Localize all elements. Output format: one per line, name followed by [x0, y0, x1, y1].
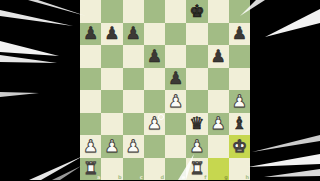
thumbnail-stage: ♚♟♟♟♟♟♟♟♟♟♟♛♟♝♟♟♟♟♚♜abcde♜fgh — [0, 0, 320, 180]
speed-ray — [248, 154, 320, 167]
square-f1[interactable]: ♜f — [186, 158, 207, 181]
piece-black-pawn[interactable]: ♟ — [168, 70, 183, 87]
piece-black-pawn[interactable]: ♟ — [104, 25, 119, 42]
square-e4[interactable]: ♟ — [165, 90, 186, 113]
file-label-b: b — [118, 174, 122, 180]
square-b5[interactable] — [101, 68, 122, 91]
piece-white-pawn[interactable]: ♟ — [104, 137, 119, 154]
piece-black-pawn[interactable]: ♟ — [232, 25, 247, 42]
square-e7[interactable] — [165, 23, 186, 46]
piece-white-pawn[interactable]: ♟ — [126, 137, 141, 154]
square-g1[interactable]: g — [208, 158, 229, 181]
square-f2[interactable]: ♟ — [186, 135, 207, 158]
square-a3[interactable] — [80, 113, 101, 136]
square-b7[interactable]: ♟ — [101, 23, 122, 46]
square-g4[interactable] — [208, 90, 229, 113]
square-b6[interactable] — [101, 45, 122, 68]
square-c4[interactable] — [123, 90, 144, 113]
square-h3[interactable]: ♝ — [229, 113, 250, 136]
square-h7[interactable]: ♟ — [229, 23, 250, 46]
square-h1[interactable]: h — [229, 158, 250, 181]
square-e2[interactable] — [165, 135, 186, 158]
square-b3[interactable] — [101, 113, 122, 136]
square-g3[interactable]: ♟ — [208, 113, 229, 136]
square-b1[interactable]: b — [101, 158, 122, 181]
square-c7[interactable]: ♟ — [123, 23, 144, 46]
piece-white-pawn[interactable]: ♟ — [189, 137, 204, 154]
piece-black-queen[interactable]: ♛ — [189, 115, 204, 132]
piece-white-pawn[interactable]: ♟ — [232, 92, 247, 109]
square-h4[interactable]: ♟ — [229, 90, 250, 113]
square-c8[interactable] — [123, 0, 144, 23]
square-d6[interactable]: ♟ — [144, 45, 165, 68]
square-d1[interactable]: d — [144, 158, 165, 181]
speed-ray — [252, 135, 320, 152]
square-a8[interactable] — [80, 0, 101, 23]
square-d3[interactable]: ♟ — [144, 113, 165, 136]
speed-ray — [264, 169, 320, 177]
square-a5[interactable] — [80, 68, 101, 91]
speed-ray — [0, 41, 59, 56]
file-label-d: d — [160, 174, 164, 180]
square-h5[interactable] — [229, 68, 250, 91]
piece-white-rook[interactable]: ♜ — [189, 160, 204, 177]
square-g8[interactable] — [208, 0, 229, 23]
square-b2[interactable]: ♟ — [101, 135, 122, 158]
piece-white-pawn[interactable]: ♟ — [168, 92, 183, 109]
piece-black-bishop[interactable]: ♝ — [232, 115, 247, 132]
square-d4[interactable] — [144, 90, 165, 113]
speed-ray — [28, 0, 86, 16]
speed-ray — [52, 166, 81, 180]
piece-white-pawn[interactable]: ♟ — [211, 115, 226, 132]
square-h2[interactable]: ♚ — [229, 135, 250, 158]
file-label-c: c — [140, 174, 143, 180]
square-d5[interactable] — [144, 68, 165, 91]
file-label-e: e — [182, 174, 185, 180]
square-d2[interactable] — [144, 135, 165, 158]
square-f7[interactable] — [186, 23, 207, 46]
marker-circle — [158, 114, 164, 120]
square-a7[interactable]: ♟ — [80, 23, 101, 46]
square-h8[interactable] — [229, 0, 250, 23]
square-g7[interactable] — [208, 23, 229, 46]
piece-white-pawn[interactable]: ♟ — [83, 137, 98, 154]
square-c5[interactable] — [123, 68, 144, 91]
square-g2[interactable] — [208, 135, 229, 158]
piece-black-pawn[interactable]: ♟ — [147, 47, 162, 64]
square-f6[interactable] — [186, 45, 207, 68]
speed-ray — [0, 10, 73, 26]
square-a1[interactable]: ♜a — [80, 158, 101, 181]
square-b8[interactable] — [101, 0, 122, 23]
piece-white-king[interactable]: ♚ — [232, 137, 247, 154]
square-c6[interactable] — [123, 45, 144, 68]
speed-ray — [0, 55, 57, 63]
square-e3[interactable] — [165, 113, 186, 136]
speed-ray — [29, 156, 83, 180]
square-d8[interactable] — [144, 0, 165, 23]
square-e6[interactable] — [165, 45, 186, 68]
piece-black-king[interactable]: ♚ — [189, 2, 204, 19]
piece-black-pawn[interactable]: ♟ — [126, 25, 141, 42]
square-c2[interactable]: ♟ — [123, 135, 144, 158]
chess-board: ♚♟♟♟♟♟♟♟♟♟♟♛♟♝♟♟♟♟♚♜abcde♜fgh — [80, 0, 250, 180]
square-c1[interactable]: c — [123, 158, 144, 181]
square-g5[interactable] — [208, 68, 229, 91]
speed-ray — [265, 9, 320, 37]
square-f8[interactable]: ♚ — [186, 0, 207, 23]
square-f4[interactable] — [186, 90, 207, 113]
file-label-g: g — [224, 174, 228, 180]
square-a4[interactable] — [80, 90, 101, 113]
square-b4[interactable] — [101, 90, 122, 113]
square-a2[interactable]: ♟ — [80, 135, 101, 158]
speed-ray — [0, 92, 39, 97]
square-d7[interactable] — [144, 23, 165, 46]
file-label-f: f — [204, 174, 206, 180]
square-f5[interactable] — [186, 68, 207, 91]
piece-black-pawn[interactable]: ♟ — [83, 25, 98, 42]
square-e8[interactable] — [165, 0, 186, 23]
square-e5[interactable]: ♟ — [165, 68, 186, 91]
square-c3[interactable] — [123, 113, 144, 136]
file-label-h: h — [245, 174, 249, 180]
square-g6[interactable]: ♟ — [208, 45, 229, 68]
square-f3[interactable]: ♛ — [186, 113, 207, 136]
square-h6[interactable] — [229, 45, 250, 68]
square-a6[interactable] — [80, 45, 101, 68]
square-e1[interactable]: e — [165, 158, 186, 181]
piece-black-pawn[interactable]: ♟ — [211, 47, 226, 64]
piece-white-rook[interactable]: ♜ — [83, 160, 98, 177]
